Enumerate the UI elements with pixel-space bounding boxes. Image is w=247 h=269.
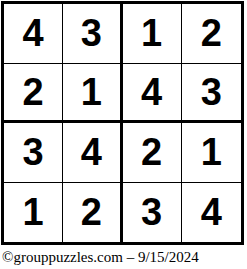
sudoku-cell-r2c1: 2 (4, 64, 63, 124)
sudoku-cell-r4c4: 4 (182, 183, 241, 243)
sudoku-cell-r4c2: 2 (63, 183, 122, 243)
sudoku-cell-r1c2: 3 (63, 4, 122, 64)
sudoku-cell-r4c1: 1 (4, 183, 63, 243)
footer-copyright: ©grouppuzzles.com – 9/15/2024 (2, 249, 199, 266)
sudoku-cell-r2c4: 3 (182, 64, 241, 124)
sudoku-cell-r3c4: 1 (182, 123, 241, 183)
sudoku-cell-r3c1: 3 (4, 123, 63, 183)
sudoku-cell-r1c3: 1 (123, 4, 182, 64)
sudoku-cell-r3c3: 2 (123, 123, 182, 183)
sudoku-cell-r3c2: 4 (63, 123, 122, 183)
sudoku-cell-r1c4: 2 (182, 4, 241, 64)
sudoku-cell-r1c1: 4 (4, 4, 63, 64)
sudoku-board: 4 3 1 2 2 1 4 3 3 4 2 1 1 2 3 4 (1, 1, 244, 245)
sudoku-cell-r2c3: 4 (123, 64, 182, 124)
sudoku-cell-r4c3: 3 (123, 183, 182, 243)
sudoku-cell-r2c2: 1 (63, 64, 122, 124)
